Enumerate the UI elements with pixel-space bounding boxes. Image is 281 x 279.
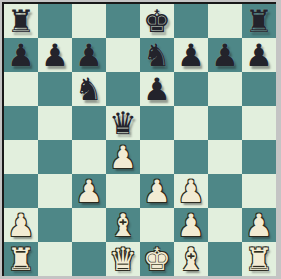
piece-black-rook-a8[interactable]: ♜ xyxy=(7,4,35,38)
square-h5[interactable] xyxy=(242,106,276,140)
square-e1[interactable]: ♚ xyxy=(140,242,174,276)
piece-white-king-e1[interactable]: ♚ xyxy=(143,242,171,276)
board-frame: ♜♚♜♟♟♟♞♟♟♟♞♟♛♟♟♟♟♟♝♟♟♜♛♚♝♜ xyxy=(0,0,281,279)
square-g1[interactable] xyxy=(208,242,242,276)
square-b2[interactable] xyxy=(38,208,72,242)
square-c4[interactable] xyxy=(72,140,106,174)
square-f1[interactable]: ♝ xyxy=(174,242,208,276)
square-a5[interactable] xyxy=(4,106,38,140)
square-d5[interactable]: ♛ xyxy=(106,106,140,140)
square-g5[interactable] xyxy=(208,106,242,140)
piece-black-pawn-f7[interactable]: ♟ xyxy=(177,38,205,72)
square-f4[interactable] xyxy=(174,140,208,174)
square-d2[interactable]: ♝ xyxy=(106,208,140,242)
square-d8[interactable] xyxy=(106,4,140,38)
piece-black-pawn-e6[interactable]: ♟ xyxy=(143,72,171,106)
piece-white-pawn-a2[interactable]: ♟ xyxy=(7,208,35,242)
square-a8[interactable]: ♜ xyxy=(4,4,38,38)
square-f6[interactable] xyxy=(174,72,208,106)
piece-black-queen-d5[interactable]: ♛ xyxy=(109,106,137,140)
piece-black-king-e8[interactable]: ♚ xyxy=(143,4,171,38)
square-c6[interactable]: ♞ xyxy=(72,72,106,106)
square-d6[interactable] xyxy=(106,72,140,106)
piece-black-pawn-c7[interactable]: ♟ xyxy=(75,38,103,72)
square-h8[interactable]: ♜ xyxy=(242,4,276,38)
square-g7[interactable]: ♟ xyxy=(208,38,242,72)
piece-white-bishop-f1[interactable]: ♝ xyxy=(177,242,205,276)
square-h1[interactable]: ♜ xyxy=(242,242,276,276)
piece-black-rook-h8[interactable]: ♜ xyxy=(245,4,273,38)
square-h6[interactable] xyxy=(242,72,276,106)
square-h7[interactable]: ♟ xyxy=(242,38,276,72)
square-h2[interactable]: ♟ xyxy=(242,208,276,242)
square-d7[interactable] xyxy=(106,38,140,72)
square-a1[interactable]: ♜ xyxy=(4,242,38,276)
piece-white-rook-a1[interactable]: ♜ xyxy=(7,242,35,276)
piece-white-queen-d1[interactable]: ♛ xyxy=(109,242,137,276)
piece-white-pawn-c3[interactable]: ♟ xyxy=(75,174,103,208)
square-f8[interactable] xyxy=(174,4,208,38)
square-g4[interactable] xyxy=(208,140,242,174)
square-d1[interactable]: ♛ xyxy=(106,242,140,276)
square-a7[interactable]: ♟ xyxy=(4,38,38,72)
square-e5[interactable] xyxy=(140,106,174,140)
square-b5[interactable] xyxy=(38,106,72,140)
square-b7[interactable]: ♟ xyxy=(38,38,72,72)
square-f7[interactable]: ♟ xyxy=(174,38,208,72)
square-e2[interactable] xyxy=(140,208,174,242)
square-c7[interactable]: ♟ xyxy=(72,38,106,72)
square-e4[interactable] xyxy=(140,140,174,174)
square-c8[interactable] xyxy=(72,4,106,38)
square-b4[interactable] xyxy=(38,140,72,174)
piece-black-pawn-b7[interactable]: ♟ xyxy=(41,38,69,72)
square-c5[interactable] xyxy=(72,106,106,140)
piece-white-pawn-h2[interactable]: ♟ xyxy=(245,208,273,242)
square-d3[interactable] xyxy=(106,174,140,208)
piece-white-pawn-f2[interactable]: ♟ xyxy=(177,208,205,242)
piece-white-pawn-f3[interactable]: ♟ xyxy=(177,174,205,208)
square-f5[interactable] xyxy=(174,106,208,140)
square-a6[interactable] xyxy=(4,72,38,106)
square-f2[interactable]: ♟ xyxy=(174,208,208,242)
square-c2[interactable] xyxy=(72,208,106,242)
square-a2[interactable]: ♟ xyxy=(4,208,38,242)
square-a4[interactable] xyxy=(4,140,38,174)
square-d4[interactable]: ♟ xyxy=(106,140,140,174)
square-b8[interactable] xyxy=(38,4,72,38)
square-e8[interactable]: ♚ xyxy=(140,4,174,38)
square-h4[interactable] xyxy=(242,140,276,174)
square-b1[interactable] xyxy=(38,242,72,276)
square-c3[interactable]: ♟ xyxy=(72,174,106,208)
piece-white-pawn-e3[interactable]: ♟ xyxy=(143,174,171,208)
square-f3[interactable]: ♟ xyxy=(174,174,208,208)
square-g6[interactable] xyxy=(208,72,242,106)
square-e6[interactable]: ♟ xyxy=(140,72,174,106)
square-b6[interactable] xyxy=(38,72,72,106)
square-g2[interactable] xyxy=(208,208,242,242)
chess-board: ♜♚♜♟♟♟♞♟♟♟♞♟♛♟♟♟♟♟♝♟♟♜♛♚♝♜ xyxy=(2,2,276,276)
square-g3[interactable] xyxy=(208,174,242,208)
piece-black-pawn-g7[interactable]: ♟ xyxy=(211,38,239,72)
square-e7[interactable]: ♞ xyxy=(140,38,174,72)
piece-black-pawn-h7[interactable]: ♟ xyxy=(245,38,273,72)
piece-black-knight-c6[interactable]: ♞ xyxy=(75,72,103,106)
square-h3[interactable] xyxy=(242,174,276,208)
piece-white-bishop-d2[interactable]: ♝ xyxy=(109,208,137,242)
square-a3[interactable] xyxy=(4,174,38,208)
square-b3[interactable] xyxy=(38,174,72,208)
piece-white-pawn-d4[interactable]: ♟ xyxy=(109,140,137,174)
piece-black-pawn-a7[interactable]: ♟ xyxy=(7,38,35,72)
piece-white-rook-h1[interactable]: ♜ xyxy=(245,242,273,276)
square-c1[interactable] xyxy=(72,242,106,276)
piece-black-knight-e7[interactable]: ♞ xyxy=(143,38,171,72)
square-e3[interactable]: ♟ xyxy=(140,174,174,208)
square-g8[interactable] xyxy=(208,4,242,38)
